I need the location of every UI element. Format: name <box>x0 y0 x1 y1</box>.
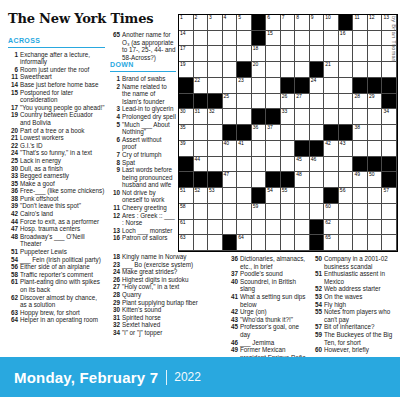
grid-cell[interactable]: 64 <box>237 235 252 251</box>
clue-number: 7 <box>110 151 122 159</box>
black-cell <box>368 157 383 173</box>
clue-down-42: 42Urge (on) <box>228 308 309 316</box>
clue-number: 44 <box>8 218 20 226</box>
grid-cell[interactable]: 21 <box>324 62 339 78</box>
clue-down-26: 26Highest digits in sudoku <box>110 276 212 284</box>
grid-cell[interactable]: 31 <box>194 109 209 125</box>
clue-text: Ares : Greek :: ___ : Norse <box>122 212 176 227</box>
clue-text: Scoundrel, in British slang <box>240 278 309 293</box>
grid-cell[interactable]: 30 <box>179 109 194 125</box>
clue-text: Plant-eating dino with spikes on its bac… <box>20 278 105 293</box>
clue-number: 53 <box>312 293 324 301</box>
clue-across-38: 38Punk offshoot <box>8 195 105 203</box>
grid-cell[interactable]: 55 <box>281 188 296 204</box>
grid-cell[interactable] <box>266 62 281 78</box>
grid-cell[interactable] <box>281 62 296 78</box>
grid-cell[interactable]: 37 <box>266 125 281 141</box>
grid-cell[interactable]: 5 <box>237 15 252 31</box>
clue-across-58: 58Traffic reporter's comment <box>8 271 105 279</box>
grid-cell[interactable] <box>281 157 296 173</box>
grid-cell[interactable] <box>281 46 296 62</box>
grid-cell[interactable] <box>368 141 383 157</box>
grid-cell[interactable] <box>266 157 281 173</box>
grid-cell[interactable] <box>223 31 238 47</box>
clue-number: 57 <box>312 323 324 331</box>
clue-text: Last words before being pronounced husba… <box>122 166 176 189</box>
cell-number: 40 <box>224 141 230 147</box>
black-cell <box>368 78 383 94</box>
grid-cell[interactable] <box>208 78 223 94</box>
black-cell <box>194 94 209 110</box>
clue-number: 13 <box>110 227 122 235</box>
clue-number: 15 <box>8 89 20 97</box>
clue-down-40: 40Scoundrel, in British slang <box>228 278 309 293</box>
clue-text: "Who'da thunk it?!" <box>240 316 309 324</box>
clue-text: Punk offshoot <box>20 195 105 203</box>
grid-cell[interactable] <box>194 204 209 220</box>
grid-cell[interactable] <box>310 188 325 204</box>
grid-cell[interactable] <box>339 46 354 62</box>
grid-cell[interactable]: 8 <box>295 15 310 31</box>
grid-cell[interactable]: 36 <box>252 125 267 141</box>
grid-cell[interactable]: 58 <box>179 204 194 220</box>
grid-cell[interactable]: 65 <box>324 235 339 251</box>
grid-cell[interactable] <box>194 235 209 251</box>
grid-cell[interactable]: 10 <box>324 15 339 31</box>
grid-cell[interactable] <box>237 31 252 47</box>
clue-number: 27 <box>110 283 122 291</box>
grid-cell[interactable] <box>281 141 296 157</box>
black-cell <box>223 235 238 251</box>
clue-text: Hosp. trauma centers <box>20 225 105 233</box>
grid-cell[interactable]: 44 <box>194 157 209 173</box>
grid-cell[interactable] <box>266 46 281 62</box>
black-cell <box>310 141 325 157</box>
grid-cell[interactable]: 26 <box>281 94 296 110</box>
cell-number: 42 <box>325 141 331 147</box>
grid-cell[interactable]: 41 <box>237 141 252 157</box>
grid-cell[interactable] <box>281 204 296 220</box>
clue-across-36: 36Free-___ (like some chickens) <box>8 187 105 195</box>
grid-cell[interactable] <box>353 220 368 236</box>
grid-cell[interactable] <box>295 109 310 125</box>
grid-cell[interactable]: 47 <box>223 172 238 188</box>
clue-number: 6 <box>8 66 20 74</box>
clue-number: 26 <box>110 276 122 284</box>
clue-number: 18 <box>110 253 122 261</box>
cell-number: 57 <box>383 188 389 194</box>
clue-text: Company in a 2001-02 business scandal <box>324 255 398 270</box>
grid-cell[interactable] <box>194 31 209 47</box>
clue-across-21: 21Lowest workers <box>8 134 105 142</box>
grid-cell[interactable]: 39 <box>179 141 194 157</box>
grid-cell[interactable] <box>382 62 397 78</box>
grid-cell[interactable] <box>208 204 223 220</box>
newspaper-masthead: The New York Times <box>8 11 153 26</box>
black-cell <box>310 235 325 251</box>
grid-cell[interactable]: 34 <box>382 109 397 125</box>
grid-cell[interactable] <box>252 78 267 94</box>
clue-number: 35 <box>8 180 20 188</box>
black-cell <box>208 172 223 188</box>
clue-across-11: 11Sweetheart <box>8 73 105 81</box>
grid-cell[interactable] <box>208 235 223 251</box>
grid-cell[interactable] <box>252 172 267 188</box>
grid-cell[interactable] <box>252 220 267 236</box>
clue-number: 42 <box>8 210 20 218</box>
grid-cell[interactable] <box>237 204 252 220</box>
clue-across-61: 61Plant-eating dino with spikes on its b… <box>8 278 105 293</box>
clue-text: Base just before home base <box>20 81 105 89</box>
grid-cell[interactable]: 46 <box>310 157 325 173</box>
clue-across-42: 42Cairo's land <box>8 210 105 218</box>
grid-cell[interactable]: 12 <box>368 15 383 31</box>
grid-cell[interactable]: 28 <box>353 94 368 110</box>
grid-cell[interactable]: 16 <box>339 31 354 47</box>
grid-cell[interactable] <box>339 220 354 236</box>
clue-down-51: 51Enthusiastic assent in Mexico <box>312 270 398 285</box>
grid-cell[interactable] <box>324 172 339 188</box>
clue-text: ___ Bo (exercise system) <box>122 261 212 269</box>
grid-cell[interactable] <box>382 141 397 157</box>
grid-cell[interactable] <box>382 125 397 141</box>
clue-down-43: 43"Who'da thunk it?!" <box>228 316 309 324</box>
clue-number: 47 <box>8 225 20 233</box>
grid-cell[interactable] <box>223 62 238 78</box>
clue-text: G.I.'s ID <box>20 142 105 150</box>
clue-across-64: 64Helper in an operating room <box>8 316 105 324</box>
grid-cell[interactable]: 17 <box>179 46 194 62</box>
grid-cell[interactable] <box>208 141 223 157</box>
grid-cell[interactable] <box>310 46 325 62</box>
grid-cell[interactable]: 11 <box>353 15 368 31</box>
clue-across-56: 56Either side of an airplane <box>8 263 105 271</box>
grid-cell[interactable] <box>339 94 354 110</box>
grid-cell[interactable] <box>368 204 383 220</box>
grid-cell[interactable]: 29 <box>368 94 383 110</box>
clue-number: 33 <box>8 172 20 180</box>
clue-down-30: 30Kitten's sound <box>110 306 212 314</box>
grid-cell[interactable] <box>368 31 383 47</box>
clue-text: Country between Ecuador and Bolivia <box>20 111 105 126</box>
grid-cell[interactable]: 53 <box>208 188 223 204</box>
grid-cell[interactable]: 38 <box>353 125 368 141</box>
clue-number: 6 <box>110 136 122 144</box>
grid-cell[interactable] <box>310 94 325 110</box>
grid-cell[interactable]: 23 <box>237 78 252 94</box>
clue-number: 52 <box>312 285 324 293</box>
grid-cell[interactable] <box>310 172 325 188</box>
grid-cell[interactable] <box>310 31 325 47</box>
grid-cell[interactable]: 2 <box>194 15 209 31</box>
grid-cell[interactable] <box>368 125 383 141</box>
grid-cell[interactable] <box>368 220 383 236</box>
grid-cell[interactable] <box>324 157 339 173</box>
grid-cell[interactable]: 22 <box>194 78 209 94</box>
clue-number: 1 <box>8 51 20 59</box>
grid-cell[interactable] <box>223 188 238 204</box>
grid-cell[interactable] <box>353 204 368 220</box>
clue-text: Spat <box>122 159 176 167</box>
cell-number: 60 <box>325 204 331 210</box>
clue-number: 4 <box>110 113 122 121</box>
grid-cell[interactable] <box>295 188 310 204</box>
grid-cell[interactable] <box>252 157 267 173</box>
grid-cell[interactable] <box>266 204 281 220</box>
grid-cell[interactable]: 60 <box>324 204 339 220</box>
grid-cell[interactable] <box>194 220 209 236</box>
grid-cell[interactable] <box>194 46 209 62</box>
clue-down-32: 32Sextet halved <box>110 321 212 329</box>
cell-number: 64 <box>238 235 244 241</box>
grid-cell[interactable] <box>223 46 238 62</box>
grid-cell[interactable] <box>368 46 383 62</box>
cell-number: 27 <box>296 94 302 100</box>
black-cell <box>353 157 368 173</box>
grid-cell[interactable] <box>295 125 310 141</box>
grid-cell[interactable] <box>353 235 368 251</box>
grid-cell[interactable]: 48 <box>295 172 310 188</box>
grid-cell[interactable]: 25 <box>223 94 238 110</box>
clue-across-35: 35Make a goof <box>8 180 105 188</box>
grid-cell[interactable] <box>281 220 296 236</box>
clue-number: 39 <box>8 202 20 210</box>
grid-cell[interactable] <box>237 94 252 110</box>
grid-cell[interactable] <box>266 78 281 94</box>
cell-number: 62 <box>325 220 331 226</box>
clue-text: Sextet halved <box>122 321 212 329</box>
clue-number: 19 <box>8 111 20 119</box>
grid-cell[interactable] <box>339 109 354 125</box>
grid-cell[interactable] <box>295 235 310 251</box>
cell-number: 9 <box>311 15 314 21</box>
grid-cell[interactable]: 63 <box>179 235 194 251</box>
grid-cell[interactable] <box>295 204 310 220</box>
grid-cell[interactable] <box>353 46 368 62</box>
grid-cell[interactable] <box>252 235 267 251</box>
grid-cell[interactable] <box>237 46 252 62</box>
cell-number: 12 <box>369 15 375 21</box>
grid-cell[interactable]: 40 <box>223 141 238 157</box>
clue-text: Dictionaries, almanacs, etc., in brief <box>240 255 309 270</box>
grid-cell[interactable]: 4 <box>223 15 238 31</box>
grid-cell[interactable] <box>353 62 368 78</box>
grid-cell[interactable] <box>281 235 296 251</box>
cell-number: 17 <box>180 46 186 52</box>
clue-text: Patron of sailors <box>122 234 176 242</box>
grid-cell[interactable]: 19 <box>179 62 194 78</box>
grid-cell[interactable] <box>223 78 238 94</box>
grid-cell[interactable] <box>281 125 296 141</box>
grid-cell[interactable] <box>324 109 339 125</box>
grid-cell[interactable] <box>208 62 223 78</box>
grid-cell[interactable]: 49 <box>353 172 368 188</box>
clue-number: 61 <box>8 278 20 286</box>
grid-cell[interactable]: 42 <box>324 141 339 157</box>
grid-cell[interactable]: 9 <box>310 15 325 31</box>
grid-cell[interactable] <box>266 94 281 110</box>
grid-cell[interactable] <box>194 141 209 157</box>
cell-number: 29 <box>369 94 375 100</box>
grid-cell[interactable]: 15 <box>266 31 281 47</box>
grid-cell[interactable]: 14 <box>179 31 194 47</box>
black-cell <box>252 15 267 31</box>
grid-cell[interactable]: 43 <box>339 141 354 157</box>
grid-cell[interactable] <box>208 220 223 236</box>
grid-cell[interactable] <box>208 157 223 173</box>
grid-cell[interactable] <box>223 157 238 173</box>
clue-down-10: 10Not drive by oneself to work <box>110 189 176 204</box>
grid-cell[interactable] <box>266 220 281 236</box>
grid-cell[interactable] <box>266 141 281 157</box>
grid-cell[interactable]: 52 <box>194 188 209 204</box>
black-cell <box>179 157 194 173</box>
grid-cell[interactable] <box>368 62 383 78</box>
grid-cell[interactable]: 45 <box>295 157 310 173</box>
grid-cell[interactable] <box>382 204 397 220</box>
cell-number: 54 <box>267 188 273 194</box>
grid-cell[interactable] <box>208 46 223 62</box>
grid-cell[interactable]: 59 <box>252 204 267 220</box>
clue-across-1: 1Exchange after a lecture, informally <box>8 51 105 66</box>
grid-cell[interactable] <box>295 220 310 236</box>
clue-text: Lead-in to glycerin <box>122 105 176 113</box>
grid-cell[interactable] <box>353 109 368 125</box>
grid-cell[interactable] <box>208 31 223 47</box>
grid-cell[interactable]: 27 <box>295 94 310 110</box>
black-cell <box>266 109 281 125</box>
clue-text: Kitten's sound <box>122 306 212 314</box>
grid-cell[interactable] <box>339 172 354 188</box>
grid-cell[interactable] <box>237 109 252 125</box>
grid-cell[interactable]: 56 <box>339 188 354 204</box>
grid-cell[interactable]: 51 <box>179 188 194 204</box>
clue-number: 62 <box>8 294 20 302</box>
grid-cell[interactable] <box>266 235 281 251</box>
clue-text: Bit of inheritance? <box>324 323 398 331</box>
grid-cell[interactable] <box>339 157 354 173</box>
cell-number: 36 <box>253 125 259 131</box>
clue-text: The Buckeyes of the Big Ten, for short <box>324 331 398 346</box>
grid-cell[interactable] <box>353 188 368 204</box>
grid-cell[interactable]: 35 <box>179 125 194 141</box>
grid-cell[interactable]: 18 <box>252 46 267 62</box>
clue-down-36: 36Dictionaries, almanacs, etc., in brief <box>228 255 309 270</box>
clue-number: 59 <box>312 331 324 339</box>
grid-cell[interactable] <box>252 141 267 157</box>
clue-text: Make great strides? <box>122 268 212 276</box>
grid-cell[interactable] <box>368 109 383 125</box>
grid-cell[interactable]: 61 <box>179 220 194 236</box>
grid-cell[interactable] <box>353 31 368 47</box>
grid-cell[interactable] <box>223 109 238 125</box>
grid-cell[interactable] <box>208 125 223 141</box>
grid-cell[interactable] <box>310 204 325 220</box>
grid-cell[interactable] <box>237 188 252 204</box>
grid-cell[interactable] <box>237 172 252 188</box>
grid-cell[interactable] <box>353 141 368 157</box>
banner-divider <box>166 370 167 385</box>
black-cell <box>353 78 368 94</box>
grid-cell[interactable] <box>310 125 325 141</box>
cell-number: 1 <box>180 15 183 21</box>
grid-cell[interactable] <box>295 46 310 62</box>
grid-cell[interactable] <box>382 235 397 251</box>
clue-text: Free-___ (like some chickens) <box>20 187 105 195</box>
grid-cell[interactable]: 32 <box>208 109 223 125</box>
clue-down-7: 7Cry of triumph <box>110 151 176 159</box>
cell-number: 50 <box>369 172 375 178</box>
clue-text: ___ Jemima <box>240 339 309 347</box>
grid-cell[interactable] <box>339 235 354 251</box>
clue-number: 54 <box>8 256 20 264</box>
cell-number: 51 <box>180 188 186 194</box>
grid-cell[interactable] <box>324 94 339 110</box>
clue-across-51: 51Puppeteer Lewis <box>8 248 105 256</box>
grid-cell[interactable] <box>339 78 354 94</box>
grid-cell[interactable] <box>223 204 238 220</box>
clue-number: 3 <box>110 105 122 113</box>
grid-cell[interactable]: 24 <box>310 78 325 94</box>
grid-cell[interactable] <box>295 31 310 47</box>
grid-cell[interactable] <box>339 62 354 78</box>
grid-cell[interactable] <box>252 94 267 110</box>
clue-number: 36 <box>8 187 20 195</box>
clue-across-62: 62Discover almost by chance, as a soluti… <box>8 294 105 309</box>
grid-cell[interactable]: 6 <box>266 15 281 31</box>
grid-cell[interactable] <box>368 188 383 204</box>
grid-cell[interactable] <box>382 220 397 236</box>
crossword-grid: 1234567891011121314151617181920212223242… <box>178 14 398 252</box>
cell-number: 25 <box>224 94 230 100</box>
grid-cell[interactable]: 20 <box>252 62 267 78</box>
grid-cell[interactable] <box>368 235 383 251</box>
grid-cell[interactable] <box>281 31 296 47</box>
grid-cell[interactable] <box>310 109 325 125</box>
grid-cell[interactable]: 7 <box>281 15 296 31</box>
grid-cell[interactable] <box>324 78 339 94</box>
grid-cell[interactable] <box>237 220 252 236</box>
grid-cell[interactable] <box>237 157 252 173</box>
grid-cell[interactable]: 57 <box>382 188 397 204</box>
grid-cell[interactable] <box>324 31 339 47</box>
clue-text: Cairo's land <box>20 210 105 218</box>
clue-text: Lowest workers <box>20 134 105 142</box>
clue-down-53: 53On the waves <box>312 293 398 301</box>
grid-cell[interactable] <box>223 220 238 236</box>
grid-cell[interactable] <box>194 125 209 141</box>
black-cell <box>179 94 194 110</box>
clue-number: 12 <box>110 212 122 220</box>
cell-number: 13 <box>383 15 389 21</box>
clue-number: 37 <box>228 270 240 278</box>
cell-number: 20 <box>253 62 259 68</box>
grid-cell[interactable]: 62 <box>324 220 339 236</box>
clue-number: 17 <box>8 104 20 112</box>
grid-cell[interactable] <box>194 62 209 78</box>
black-cell <box>252 109 267 125</box>
grid-cell[interactable]: 1 <box>179 15 194 31</box>
grid-cell[interactable]: 3 <box>208 15 223 31</box>
clue-number: 11 <box>8 73 20 81</box>
grid-cell[interactable]: 54 <box>266 188 281 204</box>
cell-number: 41 <box>238 141 244 147</box>
grid-cell[interactable]: 50 <box>368 172 383 188</box>
grid-cell[interactable] <box>339 204 354 220</box>
grid-cell[interactable]: 33 <box>281 109 296 125</box>
grid-cell[interactable] <box>295 62 310 78</box>
grid-cell[interactable] <box>324 46 339 62</box>
